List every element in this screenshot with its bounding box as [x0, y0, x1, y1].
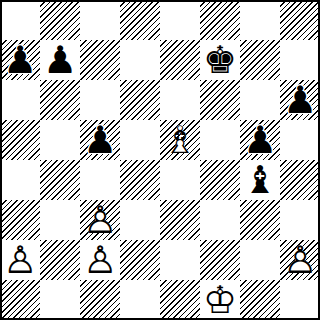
- square-b6[interactable]: [40, 80, 80, 120]
- square-f5[interactable]: [200, 120, 240, 160]
- square-h8[interactable]: [280, 0, 320, 40]
- square-h3[interactable]: [280, 200, 320, 240]
- white-pawn-outline: ♙: [0, 240, 40, 280]
- square-f3[interactable]: [200, 200, 240, 240]
- white-bishop: ♝♗: [160, 120, 200, 160]
- square-f2[interactable]: [200, 240, 240, 280]
- square-c1[interactable]: [80, 280, 120, 320]
- square-f6[interactable]: [200, 80, 240, 120]
- white-pawn-outline: ♙: [280, 240, 320, 280]
- square-g8[interactable]: [240, 0, 280, 40]
- square-e7[interactable]: [160, 40, 200, 80]
- square-c7[interactable]: [80, 40, 120, 80]
- square-d2[interactable]: [120, 240, 160, 280]
- square-g5[interactable]: ♟: [240, 120, 280, 160]
- square-b2[interactable]: [40, 240, 80, 280]
- square-b7[interactable]: ♟: [40, 40, 80, 80]
- square-a1[interactable]: [0, 280, 40, 320]
- square-b4[interactable]: [40, 160, 80, 200]
- black-king: ♚: [200, 40, 240, 80]
- square-b3[interactable]: [40, 200, 80, 240]
- white-king-outline: ♔: [200, 280, 240, 320]
- square-d1[interactable]: [120, 280, 160, 320]
- square-e6[interactable]: [160, 80, 200, 120]
- square-b1[interactable]: [40, 280, 80, 320]
- square-e3[interactable]: [160, 200, 200, 240]
- square-f7[interactable]: ♚: [200, 40, 240, 80]
- square-a5[interactable]: [0, 120, 40, 160]
- white-pawn-outline: ♙: [80, 200, 120, 240]
- square-f1[interactable]: ♚♔: [200, 280, 240, 320]
- square-a3[interactable]: [0, 200, 40, 240]
- white-pawn: ♟♙: [0, 240, 40, 280]
- square-e5[interactable]: ♝♗: [160, 120, 200, 160]
- white-bishop-outline: ♗: [160, 120, 200, 160]
- square-c3[interactable]: ♟♙: [80, 200, 120, 240]
- square-d5[interactable]: [120, 120, 160, 160]
- square-f8[interactable]: [200, 0, 240, 40]
- square-c6[interactable]: [80, 80, 120, 120]
- white-pawn: ♟♙: [280, 240, 320, 280]
- black-pawn: ♟: [280, 80, 320, 120]
- square-a7[interactable]: ♟: [0, 40, 40, 80]
- chess-diagram: ♟♟♚♟♟♝♗♟♝♟♙♟♙♟♙♟♙♚♔: [0, 0, 320, 320]
- square-f4[interactable]: [200, 160, 240, 200]
- square-h5[interactable]: [280, 120, 320, 160]
- square-c8[interactable]: [80, 0, 120, 40]
- square-c5[interactable]: ♟: [80, 120, 120, 160]
- square-g4[interactable]: ♝: [240, 160, 280, 200]
- white-king: ♚♔: [200, 280, 240, 320]
- black-pawn: ♟: [0, 40, 40, 80]
- black-bishop: ♝: [240, 160, 280, 200]
- square-b5[interactable]: [40, 120, 80, 160]
- square-g7[interactable]: [240, 40, 280, 80]
- square-g1[interactable]: [240, 280, 280, 320]
- square-h1[interactable]: [280, 280, 320, 320]
- square-g3[interactable]: [240, 200, 280, 240]
- white-pawn-outline: ♙: [80, 240, 120, 280]
- square-h4[interactable]: [280, 160, 320, 200]
- square-e8[interactable]: [160, 0, 200, 40]
- square-g6[interactable]: [240, 80, 280, 120]
- square-d7[interactable]: [120, 40, 160, 80]
- square-e2[interactable]: [160, 240, 200, 280]
- square-d3[interactable]: [120, 200, 160, 240]
- square-d6[interactable]: [120, 80, 160, 120]
- black-pawn: ♟: [240, 120, 280, 160]
- black-pawn: ♟: [80, 120, 120, 160]
- square-a4[interactable]: [0, 160, 40, 200]
- square-e4[interactable]: [160, 160, 200, 200]
- square-e1[interactable]: [160, 280, 200, 320]
- white-pawn: ♟♙: [80, 200, 120, 240]
- square-d4[interactable]: [120, 160, 160, 200]
- square-h7[interactable]: [280, 40, 320, 80]
- chess-board: ♟♟♚♟♟♝♗♟♝♟♙♟♙♟♙♟♙♚♔: [0, 0, 320, 320]
- square-c4[interactable]: [80, 160, 120, 200]
- square-h2[interactable]: ♟♙: [280, 240, 320, 280]
- black-pawn: ♟: [40, 40, 80, 80]
- square-a8[interactable]: [0, 0, 40, 40]
- white-pawn: ♟♙: [80, 240, 120, 280]
- square-a2[interactable]: ♟♙: [0, 240, 40, 280]
- square-a6[interactable]: [0, 80, 40, 120]
- square-d8[interactable]: [120, 0, 160, 40]
- square-b8[interactable]: [40, 0, 80, 40]
- square-c2[interactable]: ♟♙: [80, 240, 120, 280]
- square-h6[interactable]: ♟: [280, 80, 320, 120]
- square-g2[interactable]: [240, 240, 280, 280]
